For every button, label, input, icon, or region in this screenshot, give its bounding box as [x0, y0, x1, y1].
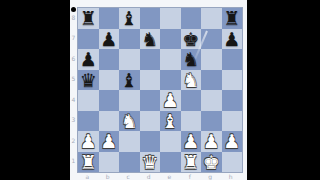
- square-h8[interactable]: ♜: [222, 8, 243, 29]
- square-g2[interactable]: ♟: [201, 131, 222, 152]
- file-label-e: e: [159, 173, 180, 180]
- square-h5[interactable]: [222, 70, 243, 91]
- square-c1[interactable]: [119, 152, 140, 173]
- square-c8[interactable]: ♝: [119, 8, 140, 29]
- square-b8[interactable]: [99, 8, 120, 29]
- square-c6[interactable]: [119, 49, 140, 70]
- square-h3[interactable]: [222, 111, 243, 132]
- square-g3[interactable]: [201, 111, 222, 132]
- rank-label-2: 2: [70, 130, 77, 151]
- white-pawn: ♟: [162, 90, 179, 110]
- square-a7[interactable]: [78, 29, 99, 50]
- black-bishop: ♝: [121, 8, 138, 28]
- square-a4[interactable]: [78, 90, 99, 111]
- square-f8[interactable]: [181, 8, 202, 29]
- square-d4[interactable]: [140, 90, 161, 111]
- square-g8[interactable]: [201, 8, 222, 29]
- square-d7[interactable]: ♞: [140, 29, 161, 50]
- square-g4[interactable]: [201, 90, 222, 111]
- square-a1[interactable]: ♜: [78, 152, 99, 173]
- square-b6[interactable]: [99, 49, 120, 70]
- square-c5[interactable]: ♝: [119, 70, 140, 91]
- square-h2[interactable]: ♟: [222, 131, 243, 152]
- black-rook: ♜: [223, 8, 240, 28]
- white-pawn: ♟: [100, 131, 117, 151]
- black-pawn: ♟: [100, 29, 117, 49]
- square-a3[interactable]: [78, 111, 99, 132]
- square-e2[interactable]: [160, 131, 181, 152]
- black-pawn: ♟: [80, 49, 97, 69]
- square-e4[interactable]: ♟: [160, 90, 181, 111]
- white-rook: ♜: [80, 152, 97, 172]
- square-d3[interactable]: [140, 111, 161, 132]
- square-a6[interactable]: ♟: [78, 49, 99, 70]
- square-c2[interactable]: [119, 131, 140, 152]
- square-a5[interactable]: ♛: [78, 70, 99, 91]
- black-knight: ♞: [182, 49, 199, 69]
- rank-label-4: 4: [70, 89, 77, 110]
- square-d5[interactable]: [140, 70, 161, 91]
- black-bishop: ♝: [121, 70, 138, 90]
- square-e7[interactable]: [160, 29, 181, 50]
- square-h7[interactable]: ♟: [222, 29, 243, 50]
- white-pawn: ♟: [80, 131, 97, 151]
- square-a8[interactable]: ♜: [78, 8, 99, 29]
- square-f3[interactable]: [181, 111, 202, 132]
- square-c7[interactable]: [119, 29, 140, 50]
- square-c3[interactable]: ♞: [119, 111, 140, 132]
- black-queen: ♛: [80, 70, 97, 90]
- file-label-g: g: [200, 173, 221, 180]
- rank-label-1: 1: [70, 151, 77, 172]
- square-e8[interactable]: [160, 8, 181, 29]
- square-e3[interactable]: ♝: [160, 111, 181, 132]
- rank-label-8: 8: [70, 7, 77, 28]
- square-b7[interactable]: ♟: [99, 29, 120, 50]
- square-f4[interactable]: [181, 90, 202, 111]
- white-pawn: ♟: [203, 131, 220, 151]
- square-g5[interactable]: [201, 70, 222, 91]
- square-g7[interactable]: [201, 29, 222, 50]
- square-f1[interactable]: ♜: [181, 152, 202, 173]
- square-e6[interactable]: [160, 49, 181, 70]
- square-d8[interactable]: [140, 8, 161, 29]
- square-b2[interactable]: ♟: [99, 131, 120, 152]
- square-e5[interactable]: [160, 70, 181, 91]
- square-g6[interactable]: [201, 49, 222, 70]
- file-label-f: f: [180, 173, 201, 180]
- chess-board: ♜♝♜♟♞♚♟♟♞♛♝♞♟♞♝♟♟♟♟♟♜♛♜♚: [77, 7, 243, 173]
- file-label-a: a: [77, 173, 98, 180]
- square-e1[interactable]: [160, 152, 181, 173]
- square-d1[interactable]: ♛: [140, 152, 161, 173]
- white-knight: ♞: [121, 111, 138, 131]
- file-label-d: d: [139, 173, 160, 180]
- square-f2[interactable]: ♟: [181, 131, 202, 152]
- rank-label-7: 7: [70, 28, 77, 49]
- white-pawn: ♟: [182, 131, 199, 151]
- square-f6[interactable]: ♞: [181, 49, 202, 70]
- square-h6[interactable]: [222, 49, 243, 70]
- white-king: ♚: [203, 152, 220, 172]
- square-d2[interactable]: [140, 131, 161, 152]
- square-b5[interactable]: [99, 70, 120, 91]
- square-f5[interactable]: ♞: [181, 70, 202, 91]
- white-bishop: ♝: [162, 111, 179, 131]
- rank-label-3: 3: [70, 110, 77, 131]
- black-rook: ♜: [80, 8, 97, 28]
- square-f7[interactable]: ♚: [181, 29, 202, 50]
- file-label-h: h: [221, 173, 242, 180]
- black-king: ♚: [182, 29, 199, 49]
- square-a2[interactable]: ♟: [78, 131, 99, 152]
- square-d6[interactable]: [140, 49, 161, 70]
- square-h4[interactable]: [222, 90, 243, 111]
- file-label-c: c: [118, 173, 139, 180]
- white-pawn: ♟: [223, 131, 240, 151]
- rank-label-6: 6: [70, 48, 77, 69]
- black-pawn: ♟: [223, 29, 240, 49]
- square-g1[interactable]: ♚: [201, 152, 222, 173]
- file-label-b: b: [98, 173, 119, 180]
- square-b4[interactable]: [99, 90, 120, 111]
- square-h1[interactable]: [222, 152, 243, 173]
- white-rook: ♜: [182, 152, 199, 172]
- square-b1[interactable]: [99, 152, 120, 173]
- black-knight: ♞: [141, 29, 158, 49]
- square-c4[interactable]: [119, 90, 140, 111]
- rank-label-5: 5: [70, 69, 77, 90]
- square-b3[interactable]: [99, 111, 120, 132]
- board-panel: ♜♝♜♟♞♚♟♟♞♛♝♞♟♞♝♟♟♟♟♟♜♛♜♚ 87654321abcdefg…: [70, 0, 247, 180]
- white-queen: ♛: [141, 152, 158, 172]
- white-knight: ♞: [182, 70, 199, 90]
